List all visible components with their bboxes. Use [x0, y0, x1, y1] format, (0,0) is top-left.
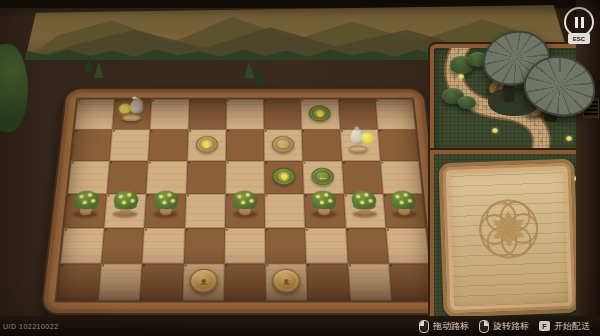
rosette-star-emblem — [469, 190, 548, 269]
board-cell-r4c8[interactable] — [343, 194, 385, 228]
seed-sack-with-lemon-piece — [345, 127, 374, 154]
board-cell-r2c3[interactable] — [148, 129, 188, 161]
board-cell-r4c9[interactable] — [383, 194, 426, 228]
key-f-icon: F — [539, 321, 550, 331]
board-cell-r6c1[interactable] — [56, 264, 101, 301]
board-cell-r2c8[interactable] — [340, 129, 380, 161]
board-cell-r4c4[interactable] — [185, 194, 226, 228]
board-cell-r4c3[interactable] — [144, 194, 185, 228]
board-cell-r6c5[interactable] — [224, 264, 266, 301]
waypoint-token-flame[interactable] — [196, 136, 218, 153]
board-cell-r2c6[interactable]: ← — [264, 129, 303, 161]
esc-key-badge: ESC — [568, 33, 590, 44]
start-delivery-hint[interactable]: F 开始配送 — [539, 320, 590, 333]
game-board[interactable]: ←←ᴥᴥ — [40, 88, 450, 315]
board-cell-r3c4[interactable] — [186, 161, 226, 194]
delivery-tray-panel — [430, 150, 600, 320]
control-hints: 拖动路标 旋转路标 F 开始配送 — [419, 320, 590, 333]
board-cell-r5c1[interactable] — [60, 228, 104, 264]
wooden-tray — [438, 159, 579, 318]
leaf-trunk — [502, 83, 515, 102]
board-cell-r5c3[interactable] — [142, 228, 184, 264]
waypoint-token-arrow[interactable]: ← — [272, 136, 294, 153]
uid-label: UID 102210022 — [3, 323, 59, 330]
shrub — [458, 96, 476, 109]
flower-dot — [492, 128, 498, 133]
bottom-bar: UID 102210022 拖动路标 旋转路标 F 开始配送 — [0, 316, 600, 336]
board-cell-r2c1[interactable] — [71, 129, 112, 161]
board-cell-r5c7[interactable] — [305, 228, 347, 264]
board-cell-r6c2[interactable] — [98, 264, 142, 301]
board-cell-r5c9[interactable] — [386, 228, 430, 264]
drag-waypoint-hint[interactable]: 拖动路标 — [419, 320, 469, 333]
board-cell-r1c9[interactable] — [375, 99, 415, 129]
board-cell-r6c6[interactable]: ᴥ — [266, 264, 308, 301]
board-cell-r1c7[interactable] — [301, 99, 340, 129]
board-cell-r5c2[interactable] — [101, 228, 144, 264]
board-cell-r1c2[interactable] — [112, 99, 152, 129]
board-cell-r5c6[interactable] — [265, 228, 306, 264]
pine-tree-icon — [254, 68, 264, 84]
delivery-coin-piece: ᴥ — [189, 269, 217, 293]
board-cell-r5c8[interactable] — [345, 228, 388, 264]
board-frame: ←←ᴥᴥ — [40, 88, 450, 315]
potted-shrub-piece — [347, 189, 381, 221]
board-cell-r6c3[interactable] — [140, 264, 183, 301]
potted-shrub-piece — [109, 189, 143, 221]
pine-tree-icon — [244, 62, 254, 78]
start-delivery-label: 开始配送 — [554, 320, 590, 333]
board-cell-r6c7[interactable] — [307, 264, 350, 301]
board-cell-r1c8[interactable] — [338, 99, 378, 129]
board-cell-r1c5[interactable] — [226, 99, 264, 129]
board-cell-r1c1[interactable] — [74, 99, 114, 129]
flower-dot — [458, 74, 464, 79]
potted-shrub-piece — [229, 189, 261, 221]
board-cell-r6c8[interactable] — [348, 264, 392, 301]
board-cell-r3c6[interactable] — [264, 161, 304, 194]
potted-shrub-piece — [386, 189, 421, 221]
board-cell-r4c2[interactable] — [104, 194, 146, 228]
board-cell-r2c2[interactable] — [110, 129, 150, 161]
mouse-left-icon — [419, 320, 429, 333]
potted-shrub-piece — [149, 189, 182, 221]
pine-tree-icon — [94, 62, 104, 78]
board-cell-r6c9[interactable] — [389, 264, 434, 301]
board-cell-r4c7[interactable] — [304, 194, 345, 228]
board-cell-r6c4[interactable]: ᴥ — [182, 264, 224, 301]
mouse-right-icon — [479, 320, 489, 333]
board-cell-r4c1[interactable] — [64, 194, 107, 228]
seed-sack-with-lemon-piece — [118, 96, 146, 122]
board-cell-r5c5[interactable] — [224, 228, 265, 264]
waypoint-token-flame[interactable] — [273, 168, 296, 185]
board-cell-r5c4[interactable] — [183, 228, 224, 264]
board-grid: ←←ᴥᴥ — [54, 98, 435, 303]
waypoint-token-arrow[interactable]: ← — [312, 168, 335, 185]
board-cell-r1c3[interactable] — [150, 99, 189, 129]
board-cell-r4c6[interactable] — [265, 194, 306, 228]
board-cell-r2c4[interactable] — [187, 129, 226, 161]
rotate-waypoint-label: 旋转路标 — [493, 320, 529, 333]
waypoint-token-flame[interactable] — [309, 105, 331, 121]
board-cell-r1c6[interactable] — [264, 99, 302, 129]
board-cell-r2c9[interactable] — [378, 129, 419, 161]
board-cell-r2c5[interactable] — [226, 129, 265, 161]
potted-shrub-piece — [69, 189, 104, 221]
game-screen: ←←ᴥᴥ — [0, 0, 600, 336]
potted-shrub-piece — [308, 189, 341, 221]
board-cell-r4c5[interactable] — [225, 194, 265, 228]
board-cell-r2c7[interactable] — [302, 129, 342, 161]
board-cell-r1c4[interactable] — [188, 99, 226, 129]
pine-tree-icon — [84, 56, 94, 72]
flower-dot — [566, 136, 572, 141]
drag-waypoint-label: 拖动路标 — [433, 320, 469, 333]
delivery-coin-piece: ᴥ — [273, 269, 301, 293]
right-wood-edge — [576, 0, 600, 336]
rotate-waypoint-hint[interactable]: 旋转路标 — [479, 320, 529, 333]
left-foliage — [0, 44, 28, 132]
